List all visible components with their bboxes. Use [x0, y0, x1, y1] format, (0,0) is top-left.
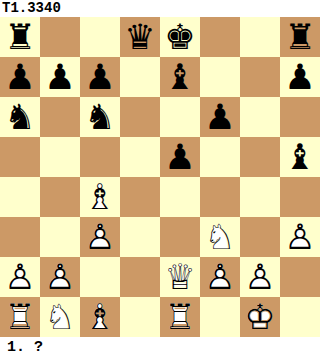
piece-glyph: ♝ [160, 57, 200, 97]
white-knight[interactable]: ♞♘ [200, 217, 240, 257]
piece-glyph: ♟ [0, 57, 40, 97]
white-pawn[interactable]: ♟♙ [80, 217, 120, 257]
square-c8[interactable] [80, 17, 120, 57]
square-c3[interactable]: ♟♙ [80, 217, 120, 257]
square-d4[interactable] [120, 177, 160, 217]
square-b5[interactable] [40, 137, 80, 177]
square-h5[interactable]: ♝ [280, 137, 320, 177]
square-b8[interactable] [40, 17, 80, 57]
square-b6[interactable] [40, 97, 80, 137]
black-pawn[interactable]: ♟ [280, 57, 320, 97]
piece-outline: ♔ [240, 297, 280, 337]
square-h7[interactable]: ♟ [280, 57, 320, 97]
black-pawn[interactable]: ♟ [80, 57, 120, 97]
square-f5[interactable] [200, 137, 240, 177]
square-c2[interactable] [80, 257, 120, 297]
square-e7[interactable]: ♝ [160, 57, 200, 97]
square-g1[interactable]: ♚♔ [240, 297, 280, 337]
square-b3[interactable] [40, 217, 80, 257]
square-d7[interactable] [120, 57, 160, 97]
square-d8[interactable]: ♛ [120, 17, 160, 57]
square-d5[interactable] [120, 137, 160, 177]
piece-glyph: ♚ [160, 17, 200, 57]
white-rook[interactable]: ♜♖ [0, 297, 40, 337]
square-a6[interactable]: ♞ [0, 97, 40, 137]
square-h1[interactable] [280, 297, 320, 337]
move-prompt: 1. ? [0, 337, 320, 360]
square-b1[interactable]: ♞♘ [40, 297, 80, 337]
square-g8[interactable] [240, 17, 280, 57]
square-b2[interactable]: ♟♙ [40, 257, 80, 297]
square-e5[interactable]: ♟ [160, 137, 200, 177]
square-h4[interactable] [280, 177, 320, 217]
piece-glyph: ♞ [80, 97, 120, 137]
square-f6[interactable]: ♟ [200, 97, 240, 137]
white-pawn[interactable]: ♟♙ [200, 257, 240, 297]
piece-outline: ♖ [0, 297, 40, 337]
square-a7[interactable]: ♟ [0, 57, 40, 97]
black-king[interactable]: ♚ [160, 17, 200, 57]
square-h8[interactable]: ♜ [280, 17, 320, 57]
white-king[interactable]: ♚♔ [240, 297, 280, 337]
piece-outline: ♙ [280, 217, 320, 257]
piece-outline: ♙ [200, 257, 240, 297]
square-h6[interactable] [280, 97, 320, 137]
square-a4[interactable] [0, 177, 40, 217]
square-a2[interactable]: ♟♙ [0, 257, 40, 297]
square-f4[interactable] [200, 177, 240, 217]
white-bishop[interactable]: ♝♗ [80, 297, 120, 337]
square-a8[interactable]: ♜ [0, 17, 40, 57]
piece-outline: ♘ [200, 217, 240, 257]
square-a3[interactable] [0, 217, 40, 257]
puzzle-id: T1.3340 [0, 0, 320, 17]
square-e4[interactable] [160, 177, 200, 217]
piece-outline: ♗ [80, 297, 120, 337]
square-c5[interactable] [80, 137, 120, 177]
square-e3[interactable] [160, 217, 200, 257]
black-pawn[interactable]: ♟ [0, 57, 40, 97]
square-f7[interactable] [200, 57, 240, 97]
square-g4[interactable] [240, 177, 280, 217]
white-bishop[interactable]: ♝♗ [80, 177, 120, 217]
piece-outline: ♙ [0, 257, 40, 297]
piece-glyph: ♟ [40, 57, 80, 97]
square-e6[interactable] [160, 97, 200, 137]
square-g3[interactable] [240, 217, 280, 257]
square-f3[interactable]: ♞♘ [200, 217, 240, 257]
piece-glyph: ♟ [160, 137, 200, 177]
white-rook[interactable]: ♜♖ [160, 297, 200, 337]
piece-glyph: ♜ [0, 17, 40, 57]
piece-outline: ♗ [80, 177, 120, 217]
piece-glyph: ♟ [280, 57, 320, 97]
piece-glyph: ♜ [280, 17, 320, 57]
square-h3[interactable]: ♟♙ [280, 217, 320, 257]
square-g2[interactable]: ♟♙ [240, 257, 280, 297]
piece-outline: ♕ [160, 257, 200, 297]
piece-outline: ♖ [160, 297, 200, 337]
white-pawn[interactable]: ♟♙ [40, 257, 80, 297]
square-g7[interactable] [240, 57, 280, 97]
square-c6[interactable]: ♞ [80, 97, 120, 137]
white-queen[interactable]: ♛♕ [160, 257, 200, 297]
black-bishop[interactable]: ♝ [160, 57, 200, 97]
square-g6[interactable] [240, 97, 280, 137]
piece-glyph: ♟ [80, 57, 120, 97]
piece-outline: ♙ [240, 257, 280, 297]
black-rook[interactable]: ♜ [0, 17, 40, 57]
piece-outline: ♙ [80, 217, 120, 257]
chess-board: ♜♛♚♜♟♟♟♝♟♞♞♟♟♝♝♗♟♙♞♘♟♙♟♙♟♙♛♕♟♙♟♙♜♖♞♘♝♗♜♖… [0, 17, 320, 337]
black-knight[interactable]: ♞ [0, 97, 40, 137]
square-a1[interactable]: ♜♖ [0, 297, 40, 337]
black-pawn[interactable]: ♟ [200, 97, 240, 137]
piece-outline: ♘ [40, 297, 80, 337]
piece-glyph: ♛ [120, 17, 160, 57]
square-f8[interactable] [200, 17, 240, 57]
white-pawn[interactable]: ♟♙ [0, 257, 40, 297]
black-bishop[interactable]: ♝ [280, 137, 320, 177]
square-d3[interactable] [120, 217, 160, 257]
square-c1[interactable]: ♝♗ [80, 297, 120, 337]
white-pawn[interactable]: ♟♙ [240, 257, 280, 297]
piece-glyph: ♝ [280, 137, 320, 177]
square-d1[interactable] [120, 297, 160, 337]
white-pawn[interactable]: ♟♙ [280, 217, 320, 257]
square-b4[interactable] [40, 177, 80, 217]
square-a5[interactable] [0, 137, 40, 177]
black-knight[interactable]: ♞ [80, 97, 120, 137]
black-queen[interactable]: ♛ [120, 17, 160, 57]
square-c7[interactable]: ♟ [80, 57, 120, 97]
piece-glyph: ♟ [200, 97, 240, 137]
square-d2[interactable] [120, 257, 160, 297]
white-knight[interactable]: ♞♘ [40, 297, 80, 337]
black-pawn[interactable]: ♟ [160, 137, 200, 177]
square-f1[interactable] [200, 297, 240, 337]
piece-outline: ♙ [40, 257, 80, 297]
square-e8[interactable]: ♚ [160, 17, 200, 57]
square-e1[interactable]: ♜♖ [160, 297, 200, 337]
piece-glyph: ♞ [0, 97, 40, 137]
square-f2[interactable]: ♟♙ [200, 257, 240, 297]
square-e2[interactable]: ♛♕ [160, 257, 200, 297]
square-b7[interactable]: ♟ [40, 57, 80, 97]
square-g5[interactable] [240, 137, 280, 177]
black-pawn[interactable]: ♟ [40, 57, 80, 97]
square-h2[interactable] [280, 257, 320, 297]
black-rook[interactable]: ♜ [280, 17, 320, 57]
square-d6[interactable] [120, 97, 160, 137]
square-c4[interactable]: ♝♗ [80, 177, 120, 217]
